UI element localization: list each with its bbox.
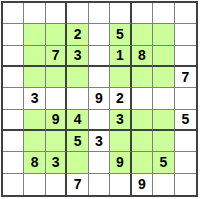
- cell-r3c8[interactable]: [153, 46, 174, 67]
- cell-r7c1[interactable]: [3, 131, 24, 152]
- cell-r2c9[interactable]: [175, 24, 196, 45]
- cell-r7c3[interactable]: [46, 131, 67, 152]
- cell-r4c8[interactable]: [153, 67, 174, 88]
- cell-r5c1[interactable]: [3, 88, 24, 109]
- cell-r9c2[interactable]: [24, 174, 45, 195]
- cell-r8c4[interactable]: [67, 152, 88, 173]
- cell-r8c7[interactable]: [132, 152, 153, 173]
- cell-r6c1[interactable]: [3, 110, 24, 131]
- cell-r3c1[interactable]: [3, 46, 24, 67]
- cell-r8c9[interactable]: [175, 152, 196, 173]
- cell-r9c3[interactable]: [46, 174, 67, 195]
- cell-r7c7[interactable]: [132, 131, 153, 152]
- cell-r8c8[interactable]: 5: [153, 152, 174, 173]
- cell-r6c4[interactable]: 4: [67, 110, 88, 131]
- cell-r7c9[interactable]: [175, 131, 196, 152]
- cell-r2c2[interactable]: [24, 24, 45, 45]
- cell-r1c3[interactable]: [46, 3, 67, 24]
- cell-r1c1[interactable]: [3, 3, 24, 24]
- cell-r2c7[interactable]: [132, 24, 153, 45]
- cell-r4c3[interactable]: [46, 67, 67, 88]
- cell-r6c6[interactable]: 3: [110, 110, 131, 131]
- cell-r2c1[interactable]: [3, 24, 24, 45]
- cell-r6c2[interactable]: [24, 110, 45, 131]
- cell-r7c6[interactable]: [110, 131, 131, 152]
- cell-r6c8[interactable]: [153, 110, 174, 131]
- cell-r3c7[interactable]: 8: [132, 46, 153, 67]
- cell-r4c2[interactable]: [24, 67, 45, 88]
- cell-r5c7[interactable]: [132, 88, 153, 109]
- cell-r7c2[interactable]: [24, 131, 45, 152]
- cell-r4c7[interactable]: [132, 67, 153, 88]
- cell-r9c9[interactable]: [175, 174, 196, 195]
- cell-r8c5[interactable]: [89, 152, 110, 173]
- cell-r3c4[interactable]: 3: [67, 46, 88, 67]
- cell-r4c9[interactable]: 7: [175, 67, 196, 88]
- cell-r1c4[interactable]: [67, 3, 88, 24]
- cell-r8c1[interactable]: [3, 152, 24, 173]
- cell-r4c6[interactable]: [110, 67, 131, 88]
- cell-r1c8[interactable]: [153, 3, 174, 24]
- cell-r7c5[interactable]: 3: [89, 131, 110, 152]
- cell-r5c9[interactable]: [175, 88, 196, 109]
- cell-r1c9[interactable]: [175, 3, 196, 24]
- cell-r5c3[interactable]: [46, 88, 67, 109]
- cell-r5c8[interactable]: [153, 88, 174, 109]
- cell-r6c3[interactable]: 9: [46, 110, 67, 131]
- cell-r6c7[interactable]: [132, 110, 153, 131]
- cell-r2c6[interactable]: 5: [110, 24, 131, 45]
- cell-r5c6[interactable]: 2: [110, 88, 131, 109]
- cell-r7c8[interactable]: [153, 131, 174, 152]
- cell-r2c3[interactable]: [46, 24, 67, 45]
- sudoku-board: 2573187392943553839579: [1, 1, 198, 197]
- cell-r1c2[interactable]: [24, 3, 45, 24]
- cell-r5c4[interactable]: [67, 88, 88, 109]
- cell-r2c4[interactable]: 2: [67, 24, 88, 45]
- cell-r5c2[interactable]: 3: [24, 88, 45, 109]
- cell-r9c8[interactable]: [153, 174, 174, 195]
- cell-r9c1[interactable]: [3, 174, 24, 195]
- cell-r4c5[interactable]: [89, 67, 110, 88]
- cell-r3c6[interactable]: 1: [110, 46, 131, 67]
- cell-r9c6[interactable]: [110, 174, 131, 195]
- cell-r8c2[interactable]: 8: [24, 152, 45, 173]
- cell-r2c5[interactable]: [89, 24, 110, 45]
- cell-r4c4[interactable]: [67, 67, 88, 88]
- cell-r3c9[interactable]: [175, 46, 196, 67]
- cell-r3c2[interactable]: [24, 46, 45, 67]
- cell-r7c4[interactable]: 5: [67, 131, 88, 152]
- cell-r9c5[interactable]: [89, 174, 110, 195]
- cell-r8c3[interactable]: 3: [46, 152, 67, 173]
- cell-r1c5[interactable]: [89, 3, 110, 24]
- cell-r2c8[interactable]: [153, 24, 174, 45]
- cell-r8c6[interactable]: 9: [110, 152, 131, 173]
- cell-r4c1[interactable]: [3, 67, 24, 88]
- cell-r1c6[interactable]: [110, 3, 131, 24]
- cell-r9c4[interactable]: 7: [67, 174, 88, 195]
- cell-r3c3[interactable]: 7: [46, 46, 67, 67]
- cell-r6c5[interactable]: [89, 110, 110, 131]
- cell-r9c7[interactable]: 9: [132, 174, 153, 195]
- cell-r1c7[interactable]: [132, 3, 153, 24]
- cell-r3c5[interactable]: [89, 46, 110, 67]
- cell-r6c9[interactable]: 5: [175, 110, 196, 131]
- cell-r5c5[interactable]: 9: [89, 88, 110, 109]
